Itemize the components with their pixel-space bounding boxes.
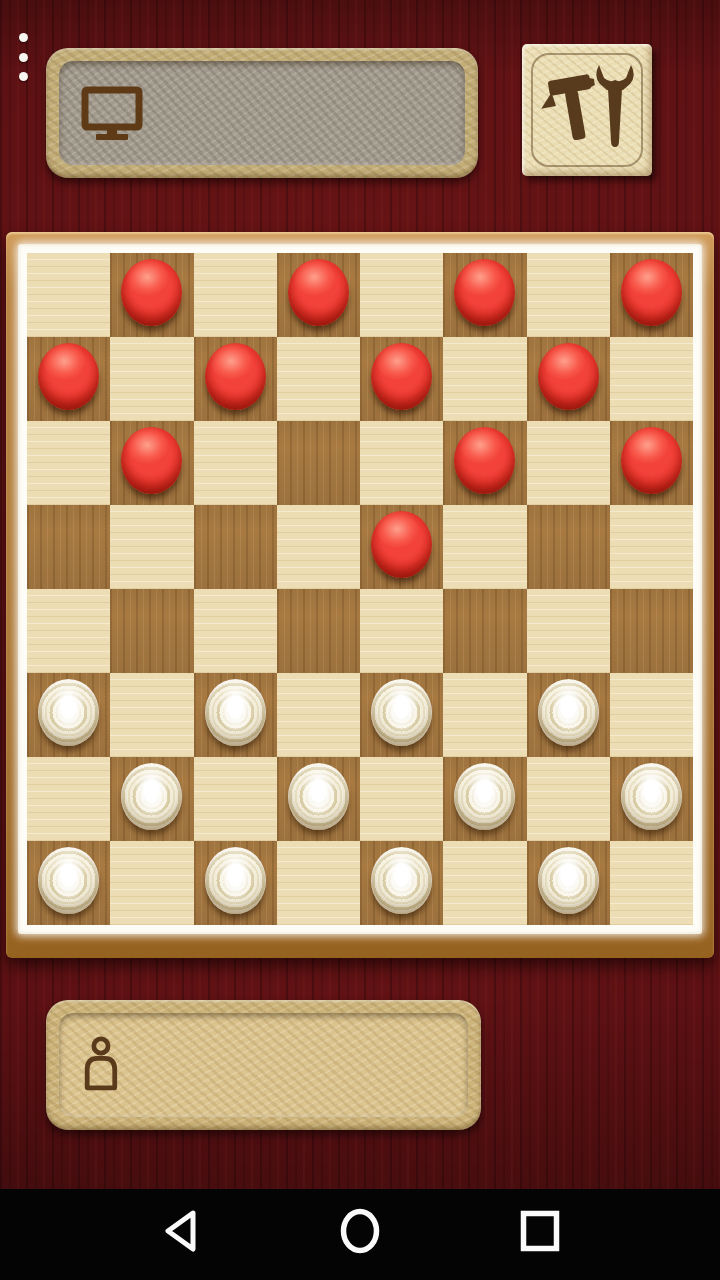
- square-r5c3: [194, 589, 277, 673]
- red-checker-piece[interactable]: [621, 259, 682, 326]
- square-r2c1[interactable]: [27, 337, 110, 421]
- square-r2c5[interactable]: [360, 337, 443, 421]
- red-checker-piece[interactable]: [38, 343, 99, 410]
- square-r3c5: [360, 421, 443, 505]
- square-r4c3[interactable]: [194, 505, 277, 589]
- square-r8c7[interactable]: [527, 841, 610, 925]
- white-checker-piece[interactable]: [205, 679, 266, 746]
- white-checker-piece[interactable]: [38, 847, 99, 914]
- square-r7c5: [360, 757, 443, 841]
- menu-dot: [19, 53, 28, 62]
- recents-button[interactable]: [516, 1207, 564, 1255]
- red-checker-piece[interactable]: [121, 427, 182, 494]
- square-r7c6[interactable]: [443, 757, 526, 841]
- square-r3c7: [527, 421, 610, 505]
- opponent-name-plate: [46, 48, 478, 178]
- square-r4c4: [277, 505, 360, 589]
- square-r6c4: [277, 673, 360, 757]
- home-circle-icon: [338, 1207, 382, 1255]
- square-r2c2: [110, 337, 193, 421]
- red-checker-piece[interactable]: [288, 259, 349, 326]
- square-r6c6: [443, 673, 526, 757]
- square-r7c8[interactable]: [610, 757, 693, 841]
- square-r8c2: [110, 841, 193, 925]
- square-r6c1[interactable]: [27, 673, 110, 757]
- settings-tools-button[interactable]: [522, 44, 652, 176]
- square-r4c1[interactable]: [27, 505, 110, 589]
- square-r1c8[interactable]: [610, 253, 693, 337]
- square-r1c1: [27, 253, 110, 337]
- square-r7c4[interactable]: [277, 757, 360, 841]
- white-checker-piece[interactable]: [371, 679, 432, 746]
- square-r1c3: [194, 253, 277, 337]
- square-r5c7: [527, 589, 610, 673]
- square-r5c6[interactable]: [443, 589, 526, 673]
- square-r7c2[interactable]: [110, 757, 193, 841]
- checkers-board[interactable]: [27, 253, 693, 925]
- square-r3c4[interactable]: [277, 421, 360, 505]
- square-r7c3: [194, 757, 277, 841]
- square-r1c4[interactable]: [277, 253, 360, 337]
- square-r4c7[interactable]: [527, 505, 610, 589]
- red-checker-piece[interactable]: [121, 259, 182, 326]
- square-r5c2[interactable]: [110, 589, 193, 673]
- square-r5c8[interactable]: [610, 589, 693, 673]
- square-r4c2: [110, 505, 193, 589]
- square-r6c7[interactable]: [527, 673, 610, 757]
- menu-dot: [19, 33, 28, 42]
- square-r7c7: [527, 757, 610, 841]
- white-checker-piece[interactable]: [38, 679, 99, 746]
- square-r8c6: [443, 841, 526, 925]
- white-checker-piece[interactable]: [454, 763, 515, 830]
- square-r5c1: [27, 589, 110, 673]
- red-checker-piece[interactable]: [371, 343, 432, 410]
- android-navigation-bar: [0, 1189, 720, 1280]
- square-r6c8: [610, 673, 693, 757]
- square-r5c5: [360, 589, 443, 673]
- back-triangle-icon: [162, 1209, 198, 1253]
- square-r3c6[interactable]: [443, 421, 526, 505]
- square-r1c5: [360, 253, 443, 337]
- red-checker-piece[interactable]: [538, 343, 599, 410]
- square-r6c5[interactable]: [360, 673, 443, 757]
- square-r1c6[interactable]: [443, 253, 526, 337]
- white-checker-piece[interactable]: [538, 679, 599, 746]
- square-r8c1[interactable]: [27, 841, 110, 925]
- square-r5c4[interactable]: [277, 589, 360, 673]
- square-r8c4: [277, 841, 360, 925]
- red-checker-piece[interactable]: [454, 427, 515, 494]
- red-checker-piece[interactable]: [371, 511, 432, 578]
- square-r4c6: [443, 505, 526, 589]
- square-r3c1: [27, 421, 110, 505]
- person-icon: [81, 1036, 119, 1094]
- square-r6c2: [110, 673, 193, 757]
- red-checker-piece[interactable]: [205, 343, 266, 410]
- square-r3c3: [194, 421, 277, 505]
- square-r2c8: [610, 337, 693, 421]
- square-r2c7[interactable]: [527, 337, 610, 421]
- checkers-game-screen: [0, 0, 720, 1280]
- red-checker-piece[interactable]: [621, 427, 682, 494]
- square-r2c6: [443, 337, 526, 421]
- square-r2c3[interactable]: [194, 337, 277, 421]
- square-r8c5[interactable]: [360, 841, 443, 925]
- computer-monitor-icon: [81, 86, 143, 140]
- square-r3c8[interactable]: [610, 421, 693, 505]
- menu-dot: [19, 72, 28, 81]
- square-r4c5[interactable]: [360, 505, 443, 589]
- red-checker-piece[interactable]: [454, 259, 515, 326]
- checkers-board-frame: [6, 232, 714, 958]
- board-inner-border: [18, 244, 702, 934]
- home-button[interactable]: [336, 1207, 384, 1255]
- player-name-plate: [46, 1000, 481, 1130]
- square-r1c2[interactable]: [110, 253, 193, 337]
- square-r3c2[interactable]: [110, 421, 193, 505]
- square-r1c7: [527, 253, 610, 337]
- square-r8c8: [610, 841, 693, 925]
- white-checker-piece[interactable]: [371, 847, 432, 914]
- player-plate-inner: [59, 1013, 468, 1117]
- opponent-plate-inner: [59, 61, 465, 165]
- square-r7c1: [27, 757, 110, 841]
- white-checker-piece[interactable]: [121, 763, 182, 830]
- white-checker-piece[interactable]: [288, 763, 349, 830]
- recents-square-icon: [520, 1210, 560, 1252]
- white-checker-piece[interactable]: [621, 763, 682, 830]
- hammer-and-wrench-icon: [535, 59, 639, 159]
- back-button[interactable]: [156, 1207, 204, 1255]
- square-r8c3[interactable]: [194, 841, 277, 925]
- white-checker-piece[interactable]: [538, 847, 599, 914]
- overflow-menu-button[interactable]: [14, 33, 32, 81]
- square-r6c3[interactable]: [194, 673, 277, 757]
- square-r4c8: [610, 505, 693, 589]
- white-checker-piece[interactable]: [205, 847, 266, 914]
- square-r2c4: [277, 337, 360, 421]
